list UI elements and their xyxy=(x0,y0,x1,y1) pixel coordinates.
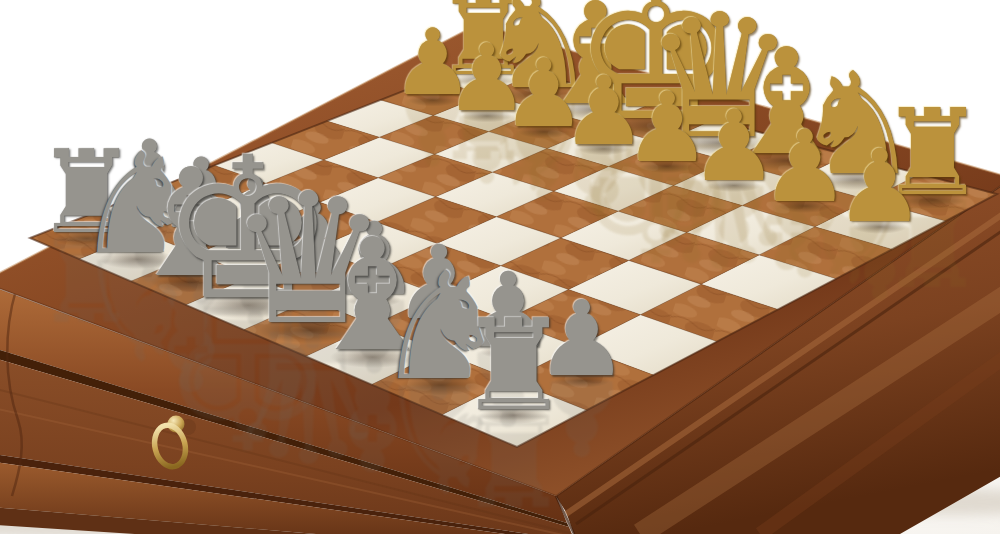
piece-white-pawn-a2[interactable]: ♟ xyxy=(835,137,925,237)
piece-black-rook-a8[interactable]: ♜ xyxy=(458,303,571,429)
chess-set-photo: ♜♜♞♞♟♟♝♝♟♟♚♚♟♟♛♛♟♟♝♝♟♟♞♞♟♟♜♜♟♟♟♟♟♟♟♟♜♜♟♟… xyxy=(0,0,1000,534)
